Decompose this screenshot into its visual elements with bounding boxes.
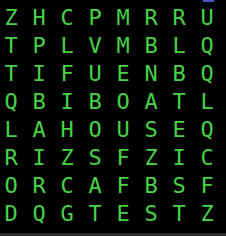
grid-cell[interactable]: T <box>0 60 25 88</box>
grid-cell[interactable]: T <box>165 200 193 228</box>
terminal-screen: ZHCPMRRUTPLVMBLQTIFUENBQQBIBOATLLAHOUSEQ… <box>0 0 226 236</box>
grid-cell[interactable]: H <box>53 116 81 144</box>
grid-cell[interactable]: Q <box>25 200 53 228</box>
grid-cell[interactable]: L <box>165 32 193 60</box>
grid-cell[interactable]: E <box>109 200 137 228</box>
grid-cell[interactable]: Z <box>137 144 165 172</box>
grid-cell[interactable]: A <box>137 88 165 116</box>
grid-cell[interactable]: B <box>137 32 165 60</box>
grid-cell[interactable]: B <box>137 172 165 200</box>
grid-cell[interactable]: U <box>193 4 221 32</box>
grid-cell[interactable]: Z <box>0 4 25 32</box>
grid-cell[interactable]: C <box>193 144 221 172</box>
grid-cell[interactable]: I <box>53 88 81 116</box>
grid-cell[interactable]: R <box>137 4 165 32</box>
grid-cell[interactable]: I <box>165 144 193 172</box>
grid-cell[interactable]: S <box>137 116 165 144</box>
grid-cell[interactable]: R <box>0 144 25 172</box>
grid-cell[interactable]: Q <box>193 60 221 88</box>
grid-cell[interactable]: S <box>165 172 193 200</box>
grid-cell[interactable]: D <box>0 200 25 228</box>
grid-cell[interactable]: V <box>81 32 109 60</box>
grid-cell[interactable]: L <box>0 116 25 144</box>
grid-cell[interactable]: C <box>53 4 81 32</box>
grid-cell[interactable]: N <box>137 60 165 88</box>
grid-cell[interactable]: T <box>165 88 193 116</box>
grid-cell[interactable]: G <box>53 200 81 228</box>
word-search-grid: ZHCPMRRUTPLVMBLQTIFUENBQQBIBOATLLAHOUSEQ… <box>0 4 221 228</box>
grid-cell[interactable]: U <box>109 116 137 144</box>
grid-cell[interactable]: F <box>193 172 221 200</box>
grid-cell[interactable]: L <box>53 32 81 60</box>
grid-cell[interactable]: O <box>109 88 137 116</box>
grid-cell[interactable]: H <box>25 4 53 32</box>
grid-cell[interactable]: S <box>81 144 109 172</box>
grid-cell[interactable]: C <box>53 172 81 200</box>
grid-cell[interactable]: I <box>25 144 53 172</box>
grid-cell[interactable]: O <box>0 172 25 200</box>
grid-cell[interactable]: Q <box>0 88 25 116</box>
grid-cell[interactable]: S <box>137 200 165 228</box>
grid-cell[interactable]: M <box>109 4 137 32</box>
grid-cell[interactable]: O <box>81 116 109 144</box>
grid-cell[interactable]: R <box>25 172 53 200</box>
grid-cell[interactable]: L <box>193 88 221 116</box>
grid-cell[interactable]: B <box>81 88 109 116</box>
grid-cell[interactable]: A <box>81 172 109 200</box>
grid-cell[interactable]: T <box>0 32 25 60</box>
grid-cell[interactable]: A <box>25 116 53 144</box>
grid-cell[interactable]: F <box>53 60 81 88</box>
grid-cell[interactable]: F <box>109 172 137 200</box>
grid-cell[interactable]: U <box>81 60 109 88</box>
grid-cell[interactable]: T <box>81 200 109 228</box>
grid-cell[interactable]: Q <box>193 32 221 60</box>
grid-cell[interactable]: P <box>81 4 109 32</box>
grid-cell[interactable]: E <box>165 116 193 144</box>
grid-cell[interactable]: Z <box>53 144 81 172</box>
grid-cell[interactable]: R <box>165 4 193 32</box>
grid-cell[interactable]: Z <box>193 200 221 228</box>
grid-cell[interactable]: M <box>109 32 137 60</box>
text-cursor <box>203 0 214 2</box>
grid-cell[interactable]: P <box>25 32 53 60</box>
bottom-edge <box>0 233 226 236</box>
grid-cell[interactable]: I <box>25 60 53 88</box>
grid-cell[interactable]: F <box>109 144 137 172</box>
grid-cell[interactable]: E <box>109 60 137 88</box>
grid-cell[interactable]: Q <box>193 116 221 144</box>
grid-cell[interactable]: B <box>165 60 193 88</box>
grid-cell[interactable]: B <box>25 88 53 116</box>
